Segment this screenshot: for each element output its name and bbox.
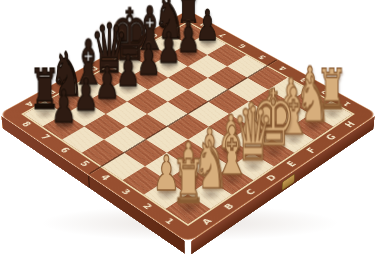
board-frame: ABCDEFGH ABCDEFGH 87654321 87654321 ♜♞♝♛… (0, 9, 376, 242)
board-grid: ♜♞♝♛♚♝♞♜♟♟♟♟♟♟♟♟♟♟♟♟♟♟♟♟♜♞♝♛♚♝♞♜ (24, 22, 352, 223)
chess-board: ABCDEFGH ABCDEFGH 87654321 87654321 ♜♞♝♛… (0, 9, 376, 242)
product-photo: ABCDEFGH ABCDEFGH 87654321 87654321 ♜♞♝♛… (0, 0, 376, 255)
piece-black-pawn[interactable]: ♟ (37, 87, 90, 126)
scene: ABCDEFGH ABCDEFGH 87654321 87654321 ♜♞♝♛… (0, 0, 376, 255)
piece-white-rook[interactable]: ♜ (159, 157, 216, 208)
